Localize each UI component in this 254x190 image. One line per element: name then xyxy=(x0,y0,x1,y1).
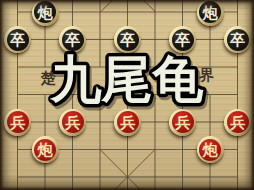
piece-disc: 卒 xyxy=(7,29,29,51)
piece-label: 炮 xyxy=(203,4,218,19)
piece-grid: 炮炮卒卒卒卒卒兵兵兵兵兵炮炮 xyxy=(4,0,252,190)
piece-red-soldier[interactable]: 兵 xyxy=(4,109,31,136)
piece-black-cannon[interactable]: 炮 xyxy=(197,0,224,26)
piece-disc: 炮 xyxy=(34,1,56,23)
piece-disc: 卒 xyxy=(117,29,139,51)
piece-red-soldier[interactable]: 兵 xyxy=(169,109,196,136)
piece-label: 卒 xyxy=(10,32,25,47)
piece-black-soldier[interactable]: 卒 xyxy=(4,26,31,53)
piece-label: 炮 xyxy=(38,4,53,19)
piece-label: 卒 xyxy=(65,32,80,47)
piece-label: 兵 xyxy=(120,114,135,129)
piece-disc: 兵 xyxy=(172,111,194,133)
piece-red-soldier[interactable]: 兵 xyxy=(114,109,141,136)
piece-black-soldier[interactable]: 卒 xyxy=(59,26,86,53)
piece-disc: 卒 xyxy=(227,29,249,51)
piece-label: 兵 xyxy=(175,114,190,129)
piece-red-cannon[interactable]: 炮 xyxy=(197,136,224,163)
piece-label: 卒 xyxy=(120,32,135,47)
piece-red-cannon[interactable]: 炮 xyxy=(32,136,59,163)
piece-disc: 兵 xyxy=(62,111,84,133)
xiangqi-board-view: 楚 界 炮炮卒卒卒卒卒兵兵兵兵兵炮炮 九尾龟 九尾龟 xyxy=(0,0,254,190)
piece-black-soldier[interactable]: 卒 xyxy=(169,26,196,53)
piece-label: 卒 xyxy=(175,32,190,47)
piece-label: 兵 xyxy=(65,114,80,129)
piece-disc: 兵 xyxy=(227,111,249,133)
piece-disc: 炮 xyxy=(199,1,221,23)
piece-red-soldier[interactable]: 兵 xyxy=(224,109,251,136)
piece-label: 炮 xyxy=(38,142,53,157)
piece-disc: 炮 xyxy=(34,139,56,161)
piece-label: 卒 xyxy=(230,32,245,47)
piece-black-soldier[interactable]: 卒 xyxy=(224,26,251,53)
piece-disc: 卒 xyxy=(172,29,194,51)
piece-disc: 兵 xyxy=(117,111,139,133)
piece-label: 兵 xyxy=(10,114,25,129)
piece-label: 炮 xyxy=(203,142,218,157)
piece-disc: 炮 xyxy=(199,139,221,161)
piece-black-soldier[interactable]: 卒 xyxy=(114,26,141,53)
piece-label: 兵 xyxy=(230,114,245,129)
piece-disc: 兵 xyxy=(7,111,29,133)
piece-red-soldier[interactable]: 兵 xyxy=(59,109,86,136)
piece-disc: 卒 xyxy=(62,29,84,51)
piece-black-cannon[interactable]: 炮 xyxy=(32,0,59,26)
